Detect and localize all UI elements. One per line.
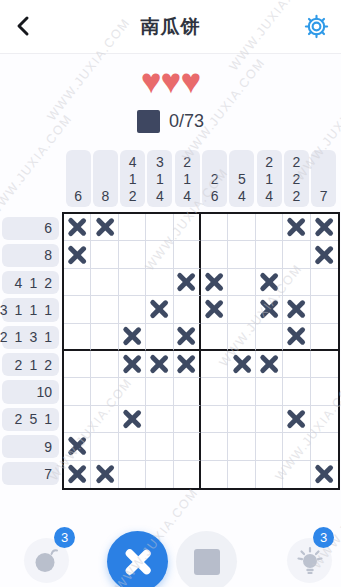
nonogram-grid xyxy=(62,212,340,490)
col-clue-5: 214 xyxy=(175,150,200,207)
cell-r6c2[interactable] xyxy=(91,351,118,378)
clue-number: 1 xyxy=(29,302,37,318)
cross-mark xyxy=(175,271,197,293)
cell-r4c8[interactable] xyxy=(256,296,283,323)
clue-number: 2 xyxy=(0,329,8,345)
settings-button[interactable] xyxy=(303,13,330,40)
cell-r3c8[interactable] xyxy=(256,269,283,296)
cell-r2c2[interactable] xyxy=(91,241,118,268)
cross-mark xyxy=(285,298,307,320)
cell-r1c10[interactable] xyxy=(311,214,338,241)
cell-r8c6[interactable] xyxy=(201,406,228,433)
clue-number: 4 xyxy=(129,154,137,171)
cross-mark xyxy=(66,216,88,238)
cell-r9c4[interactable] xyxy=(146,433,173,460)
cell-r1c3[interactable] xyxy=(119,214,146,241)
clue-number: 10 xyxy=(36,384,52,400)
cell-r4c2[interactable] xyxy=(91,296,118,323)
cell-r10c3[interactable] xyxy=(119,461,146,488)
cell-r7c5[interactable] xyxy=(174,378,201,405)
cell-r4c1[interactable] xyxy=(64,296,91,323)
cell-r4c3[interactable] xyxy=(119,296,146,323)
cell-r5c4[interactable] xyxy=(146,324,173,351)
clue-number: 1 xyxy=(44,302,52,318)
row-clue-3: 412 xyxy=(2,271,59,294)
cell-r5c6[interactable] xyxy=(201,324,228,351)
row-clue-9: 9 xyxy=(2,435,59,458)
cell-r2c9[interactable] xyxy=(283,241,310,268)
clue-number: 4 xyxy=(156,188,164,205)
col-clue-7: 54 xyxy=(229,150,254,207)
cross-mark xyxy=(175,325,197,347)
header: 南瓜饼 xyxy=(0,0,341,54)
hint-count-badge: 3 xyxy=(313,527,334,548)
clue-number: 1 xyxy=(15,302,23,318)
back-chevron-icon xyxy=(11,27,37,42)
cross-mark xyxy=(94,216,116,238)
cell-r8c9[interactable] xyxy=(283,406,310,433)
cell-r7c7[interactable] xyxy=(228,378,255,405)
cell-r2c5[interactable] xyxy=(174,241,201,268)
row-clue-1: 6 xyxy=(2,217,59,240)
clue-number: 1 xyxy=(265,171,273,188)
fill-color-swatch xyxy=(137,110,160,133)
cell-r7c2[interactable] xyxy=(91,378,118,405)
clue-number: 2 xyxy=(129,188,137,205)
clue-number: 1 xyxy=(44,329,52,345)
col-clue-9: 222 xyxy=(284,150,309,207)
cell-r1c4[interactable] xyxy=(146,214,173,241)
cell-r3c1[interactable] xyxy=(64,269,91,296)
cell-r9c8[interactable] xyxy=(256,433,283,460)
cell-r8c3[interactable] xyxy=(119,406,146,433)
cell-r5c5[interactable] xyxy=(174,324,201,351)
cross-mark xyxy=(258,353,280,375)
cell-r10c2[interactable] xyxy=(91,461,118,488)
cross-mark xyxy=(203,298,225,320)
cell-r8c7[interactable] xyxy=(228,406,255,433)
cell-r5c2[interactable] xyxy=(91,324,118,351)
cell-r5c10[interactable] xyxy=(311,324,338,351)
cell-r6c7[interactable] xyxy=(228,351,255,378)
clue-number: 4 xyxy=(238,188,246,205)
cross-mark xyxy=(313,216,335,238)
cross-mark xyxy=(313,463,335,485)
back-button[interactable] xyxy=(10,13,37,40)
clue-number: 6 xyxy=(74,188,82,205)
cell-r7c1[interactable] xyxy=(64,378,91,405)
clue-number: 2 xyxy=(265,154,273,171)
progress-indicator: 0/73 xyxy=(0,110,341,133)
cell-r3c3[interactable] xyxy=(119,269,146,296)
cell-r6c4[interactable] xyxy=(146,351,173,378)
cell-r6c1[interactable] xyxy=(64,351,91,378)
clue-number: 4 xyxy=(15,275,23,291)
cross-mark xyxy=(285,216,307,238)
clue-number: 2 xyxy=(293,171,301,188)
cell-r10c5[interactable] xyxy=(174,461,201,488)
cell-r10c9[interactable] xyxy=(283,461,310,488)
cell-r1c2[interactable] xyxy=(91,214,118,241)
heart-icon: ♥ xyxy=(180,61,200,100)
cell-r2c4[interactable] xyxy=(146,241,173,268)
clue-number: 2 xyxy=(183,154,191,171)
cell-r9c6[interactable] xyxy=(201,433,228,460)
cell-r7c10[interactable] xyxy=(311,378,338,405)
clue-number: 7 xyxy=(320,188,328,205)
cross-mark xyxy=(66,463,88,485)
cross-mark xyxy=(148,353,170,375)
cell-r3c5[interactable] xyxy=(174,269,201,296)
cell-r6c5[interactable] xyxy=(174,351,201,378)
cross-mark xyxy=(285,408,307,430)
cell-r9c5[interactable] xyxy=(174,433,201,460)
cross-mark xyxy=(66,435,88,457)
cross-mark xyxy=(203,271,225,293)
clue-number: 6 xyxy=(44,220,52,236)
cell-r2c10[interactable] xyxy=(311,241,338,268)
clue-number: 2 xyxy=(293,154,301,171)
row-clue-10: 7 xyxy=(2,462,59,485)
cell-r1c8[interactable] xyxy=(256,214,283,241)
clue-number: 8 xyxy=(44,247,52,263)
cross-mark xyxy=(66,244,88,266)
clue-number: 1 xyxy=(29,275,37,291)
cell-r2c8[interactable] xyxy=(256,241,283,268)
cell-r8c4[interactable] xyxy=(146,406,173,433)
clue-number: 4 xyxy=(183,188,191,205)
row-clue-7: 10 xyxy=(2,380,59,403)
cell-r2c1[interactable] xyxy=(64,241,91,268)
cell-r10c6[interactable] xyxy=(201,461,228,488)
clue-number: 2 xyxy=(44,275,52,291)
cross-mark xyxy=(175,353,197,375)
clue-number: 1 xyxy=(156,171,164,188)
cross-mark xyxy=(148,298,170,320)
clue-number: 1 xyxy=(29,357,37,373)
cell-r6c8[interactable] xyxy=(256,351,283,378)
cell-r1c6[interactable] xyxy=(201,214,228,241)
clue-number: 6 xyxy=(211,188,219,205)
cell-r7c9[interactable] xyxy=(283,378,310,405)
cell-r1c9[interactable] xyxy=(283,214,310,241)
cell-r2c7[interactable] xyxy=(228,241,255,268)
clue-number: 2 xyxy=(15,357,23,373)
col-clue-10: 7 xyxy=(311,150,336,207)
cell-r5c3[interactable] xyxy=(119,324,146,351)
cell-r7c8[interactable] xyxy=(256,378,283,405)
cell-r8c5[interactable] xyxy=(174,406,201,433)
cell-r4c5[interactable] xyxy=(174,296,201,323)
col-clue-4: 314 xyxy=(147,150,172,207)
cell-r3c2[interactable] xyxy=(91,269,118,296)
cross-mark xyxy=(121,408,143,430)
clue-number: 3 xyxy=(0,302,8,318)
fill-tool-button[interactable] xyxy=(176,531,237,587)
col-clue-8: 214 xyxy=(257,150,282,207)
cell-r3c10[interactable] xyxy=(311,269,338,296)
row-clue-4: 3111 xyxy=(2,298,59,321)
cell-r1c5[interactable] xyxy=(174,214,201,241)
fill-tool-icon xyxy=(194,549,220,575)
cell-r5c1[interactable] xyxy=(64,324,91,351)
cross-mark xyxy=(313,244,335,266)
clue-number: 1 xyxy=(44,411,52,427)
clue-number: 2 xyxy=(211,171,219,188)
cross-tool-button[interactable] xyxy=(107,531,168,587)
row-clue-5: 2131 xyxy=(2,326,59,349)
lives-hearts: ♥♥♥ xyxy=(0,63,341,98)
cross-mark xyxy=(285,325,307,347)
clue-number: 3 xyxy=(156,154,164,171)
cell-r4c7[interactable] xyxy=(228,296,255,323)
cell-r4c6[interactable] xyxy=(201,296,228,323)
cell-r9c3[interactable] xyxy=(119,433,146,460)
cell-r2c6[interactable] xyxy=(201,241,228,268)
gear-icon xyxy=(303,28,330,43)
bomb-icon xyxy=(30,542,64,579)
col-clue-1: 6 xyxy=(66,150,91,207)
heart-icon: ♥ xyxy=(141,61,161,100)
cell-r8c8[interactable] xyxy=(256,406,283,433)
cell-r10c1[interactable] xyxy=(64,461,91,488)
clue-number: 2 xyxy=(293,188,301,205)
col-clue-3: 412 xyxy=(120,150,145,207)
cross-mark xyxy=(231,353,253,375)
clue-number: 4 xyxy=(265,188,273,205)
row-clue-8: 251 xyxy=(2,408,59,431)
cross-mark xyxy=(258,271,280,293)
cross-tool-icon xyxy=(122,546,154,578)
cell-r9c10[interactable] xyxy=(311,433,338,460)
cell-r9c2[interactable] xyxy=(91,433,118,460)
bomb-count-badge: 3 xyxy=(54,527,75,548)
cell-r9c7[interactable] xyxy=(228,433,255,460)
col-clue-6: 26 xyxy=(202,150,227,207)
clue-number: 1 xyxy=(129,171,137,188)
cell-r1c1[interactable] xyxy=(64,214,91,241)
cell-r9c1[interactable] xyxy=(64,433,91,460)
clue-number: 2 xyxy=(15,411,23,427)
clue-number: 8 xyxy=(101,188,109,205)
cell-r8c10[interactable] xyxy=(311,406,338,433)
clue-number: 5 xyxy=(238,171,246,188)
cell-r3c9[interactable] xyxy=(283,269,310,296)
col-clue-2: 8 xyxy=(93,150,118,207)
cell-r6c9[interactable] xyxy=(283,351,310,378)
cell-r3c4[interactable] xyxy=(146,269,173,296)
clue-number: 2 xyxy=(44,357,52,373)
clue-number: 1 xyxy=(183,171,191,188)
clue-number: 3 xyxy=(29,329,37,345)
cell-r10c10[interactable] xyxy=(311,461,338,488)
cell-r10c4[interactable] xyxy=(146,461,173,488)
cell-r4c4[interactable] xyxy=(146,296,173,323)
cell-r10c7[interactable] xyxy=(228,461,255,488)
page-title: 南瓜饼 xyxy=(141,14,201,40)
cell-r4c9[interactable] xyxy=(283,296,310,323)
clue-number: 5 xyxy=(29,411,37,427)
cross-mark xyxy=(94,463,116,485)
row-clue-2: 8 xyxy=(2,244,59,267)
cell-r6c3[interactable] xyxy=(119,351,146,378)
clue-number: 1 xyxy=(15,329,23,345)
cross-mark xyxy=(121,325,143,347)
clue-number: 9 xyxy=(44,439,52,455)
cell-r6c10[interactable] xyxy=(311,351,338,378)
progress-count: 0/73 xyxy=(169,111,204,132)
cell-r8c1[interactable] xyxy=(64,406,91,433)
cell-r7c6[interactable] xyxy=(201,378,228,405)
cell-r5c9[interactable] xyxy=(283,324,310,351)
cell-r3c7[interactable] xyxy=(228,269,255,296)
cell-r10c8[interactable] xyxy=(256,461,283,488)
cell-r5c7[interactable] xyxy=(228,324,255,351)
cell-r7c4[interactable] xyxy=(146,378,173,405)
cell-r7c3[interactable] xyxy=(119,378,146,405)
heart-icon: ♥ xyxy=(161,61,181,100)
cell-r1c7[interactable] xyxy=(228,214,255,241)
clue-number: 7 xyxy=(44,466,52,482)
cell-r9c9[interactable] xyxy=(283,433,310,460)
row-clue-6: 212 xyxy=(2,353,59,376)
cell-r3c6[interactable] xyxy=(201,269,228,296)
cell-r4c10[interactable] xyxy=(311,296,338,323)
cross-mark xyxy=(121,353,143,375)
cell-r8c2[interactable] xyxy=(91,406,118,433)
cell-r5c8[interactable] xyxy=(256,324,283,351)
cell-r2c3[interactable] xyxy=(119,241,146,268)
cell-r6c6[interactable] xyxy=(201,351,228,378)
cross-mark xyxy=(258,298,280,320)
